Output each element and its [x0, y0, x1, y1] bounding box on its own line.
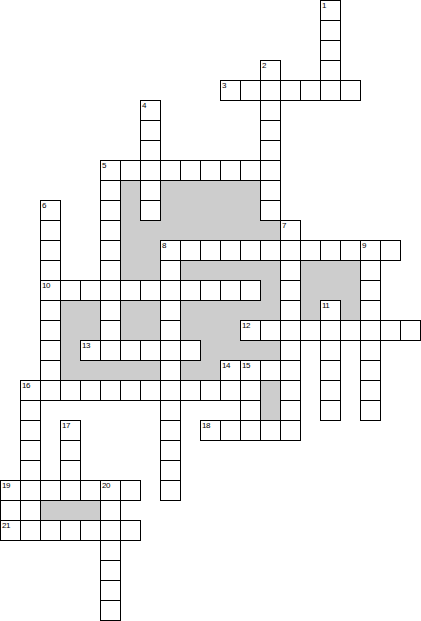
- shaded-region: [260, 220, 281, 241]
- shaded-region: [220, 180, 241, 201]
- grid-cell[interactable]: [140, 380, 161, 401]
- grid-cell[interactable]: [140, 120, 161, 141]
- grid-cell[interactable]: [0, 520, 21, 541]
- grid-cell[interactable]: [60, 420, 81, 441]
- grid-cell[interactable]: [100, 380, 121, 401]
- grid-cell[interactable]: [140, 340, 161, 361]
- grid-cell[interactable]: [20, 500, 41, 521]
- grid-cell[interactable]: [320, 80, 341, 101]
- grid-cell[interactable]: [300, 320, 321, 341]
- grid-cell[interactable]: [140, 100, 161, 121]
- grid-cell[interactable]: [320, 240, 341, 261]
- grid-cell[interactable]: [80, 340, 101, 361]
- grid-cell[interactable]: [80, 480, 101, 501]
- grid-cell[interactable]: [200, 240, 221, 261]
- shaded-region: [60, 320, 81, 341]
- shaded-region: [40, 500, 61, 521]
- grid-cell[interactable]: [40, 300, 61, 321]
- grid-cell[interactable]: [280, 400, 301, 421]
- grid-cell[interactable]: [200, 160, 221, 181]
- shaded-region: [340, 280, 361, 301]
- grid-cell[interactable]: [100, 220, 121, 241]
- grid-cell[interactable]: [280, 80, 301, 101]
- shaded-region: [240, 220, 261, 241]
- grid-cell[interactable]: [160, 260, 181, 281]
- grid-cell[interactable]: [80, 520, 101, 541]
- grid-cell[interactable]: [320, 60, 341, 81]
- grid-cell[interactable]: [220, 380, 241, 401]
- grid-cell[interactable]: [360, 240, 381, 261]
- grid-cell[interactable]: [280, 280, 301, 301]
- shaded-region: [260, 280, 281, 301]
- shaded-region: [260, 380, 281, 401]
- grid-cell[interactable]: [320, 400, 341, 421]
- shaded-region: [180, 220, 201, 241]
- shaded-region: [160, 180, 181, 201]
- shaded-region: [140, 240, 161, 261]
- grid-cell[interactable]: [280, 220, 301, 241]
- grid-cell[interactable]: [100, 560, 121, 581]
- shaded-region: [240, 300, 261, 321]
- grid-cell[interactable]: [100, 520, 121, 541]
- shaded-region: [60, 500, 81, 521]
- grid-cell[interactable]: [60, 480, 81, 501]
- shaded-region: [320, 280, 341, 301]
- shaded-region: [240, 180, 261, 201]
- shaded-region: [80, 320, 101, 341]
- shaded-region: [180, 360, 201, 381]
- grid-cell[interactable]: [260, 80, 281, 101]
- grid-cell[interactable]: [200, 380, 221, 401]
- grid-cell[interactable]: [340, 320, 361, 341]
- shaded-region: [200, 300, 221, 321]
- shaded-region: [200, 220, 221, 241]
- shaded-region: [80, 360, 101, 381]
- grid-cell[interactable]: [100, 160, 121, 181]
- grid-cell[interactable]: [340, 80, 361, 101]
- grid-cell[interactable]: [20, 480, 41, 501]
- grid-cell[interactable]: [60, 520, 81, 541]
- grid-cell[interactable]: [200, 420, 221, 441]
- grid-cell[interactable]: [220, 160, 241, 181]
- grid-cell[interactable]: [260, 180, 281, 201]
- grid-cell[interactable]: [60, 280, 81, 301]
- grid-cell[interactable]: [360, 380, 381, 401]
- grid-cell[interactable]: [40, 200, 61, 221]
- grid-cell[interactable]: [260, 320, 281, 341]
- grid-cell[interactable]: [260, 120, 281, 141]
- grid-cell[interactable]: [0, 500, 21, 521]
- grid-cell[interactable]: [280, 320, 301, 341]
- shaded-region: [180, 200, 201, 221]
- grid-cell[interactable]: [260, 100, 281, 121]
- grid-cell[interactable]: [100, 260, 121, 281]
- grid-cell[interactable]: [320, 380, 341, 401]
- shaded-region: [220, 260, 241, 281]
- grid-cell[interactable]: [380, 240, 401, 261]
- grid-cell[interactable]: [160, 380, 181, 401]
- grid-cell[interactable]: [60, 380, 81, 401]
- grid-cell[interactable]: [360, 260, 381, 281]
- grid-cell[interactable]: [160, 400, 181, 421]
- grid-cell[interactable]: [180, 380, 201, 401]
- grid-cell[interactable]: [160, 420, 181, 441]
- grid-cell[interactable]: [360, 360, 381, 381]
- grid-cell[interactable]: [160, 480, 181, 501]
- shaded-region: [60, 300, 81, 321]
- grid-cell[interactable]: [220, 360, 241, 381]
- grid-cell[interactable]: [160, 280, 181, 301]
- grid-cell[interactable]: [320, 320, 341, 341]
- grid-cell[interactable]: [260, 140, 281, 161]
- grid-cell[interactable]: [20, 400, 41, 421]
- grid-cell[interactable]: [60, 440, 81, 461]
- grid-cell[interactable]: [160, 460, 181, 481]
- grid-cell[interactable]: [40, 260, 61, 281]
- shaded-region: [120, 320, 141, 341]
- grid-cell[interactable]: [340, 240, 361, 261]
- grid-cell[interactable]: [360, 280, 381, 301]
- grid-cell[interactable]: [220, 280, 241, 301]
- shaded-region: [120, 180, 141, 201]
- grid-cell[interactable]: [320, 340, 341, 361]
- grid-cell[interactable]: [180, 240, 201, 261]
- shaded-region: [300, 260, 321, 281]
- grid-cell[interactable]: [240, 80, 261, 101]
- grid-cell[interactable]: [180, 280, 201, 301]
- grid-cell[interactable]: [60, 460, 81, 481]
- grid-cell[interactable]: [120, 520, 141, 541]
- grid-cell[interactable]: [240, 380, 261, 401]
- shaded-region: [120, 220, 141, 241]
- shaded-region: [200, 180, 221, 201]
- shaded-region: [180, 260, 201, 281]
- grid-cell[interactable]: [220, 80, 241, 101]
- grid-cell[interactable]: [200, 280, 221, 301]
- shaded-region: [200, 200, 221, 221]
- shaded-region: [180, 300, 201, 321]
- shaded-region: [260, 260, 281, 281]
- shaded-region: [120, 360, 141, 381]
- grid-cell[interactable]: [160, 440, 181, 461]
- shaded-region: [60, 340, 81, 361]
- grid-cell[interactable]: [120, 340, 141, 361]
- grid-cell[interactable]: [320, 300, 341, 321]
- grid-cell[interactable]: [40, 480, 61, 501]
- shaded-region: [240, 340, 261, 361]
- shaded-region: [200, 360, 221, 381]
- grid-cell[interactable]: [160, 240, 181, 261]
- shaded-region: [140, 260, 161, 281]
- grid-cell[interactable]: [40, 380, 61, 401]
- grid-cell[interactable]: [160, 300, 181, 321]
- shaded-region: [80, 300, 101, 321]
- shaded-region: [120, 200, 141, 221]
- grid-cell[interactable]: [100, 480, 121, 501]
- grid-cell[interactable]: [100, 340, 121, 361]
- grid-cell[interactable]: [100, 180, 121, 201]
- shaded-region: [340, 260, 361, 281]
- shaded-region: [220, 200, 241, 221]
- grid-cell[interactable]: [260, 200, 281, 221]
- shaded-region: [200, 340, 221, 361]
- grid-cell[interactable]: [280, 380, 301, 401]
- grid-cell[interactable]: [140, 280, 161, 301]
- grid-cell[interactable]: [100, 580, 121, 601]
- grid-cell[interactable]: [40, 360, 61, 381]
- shaded-region: [160, 200, 181, 221]
- grid-cell[interactable]: [40, 240, 61, 261]
- grid-cell[interactable]: [260, 160, 281, 181]
- shaded-region: [80, 500, 101, 521]
- grid-cell[interactable]: [280, 360, 301, 381]
- shaded-region: [140, 220, 161, 241]
- shaded-region: [180, 320, 201, 341]
- grid-cell[interactable]: [360, 320, 381, 341]
- shaded-region: [300, 300, 321, 321]
- grid-cell[interactable]: [180, 340, 201, 361]
- grid-cell[interactable]: [140, 200, 161, 221]
- grid-cell[interactable]: [240, 320, 261, 341]
- shaded-region: [140, 360, 161, 381]
- grid-cell[interactable]: [240, 360, 261, 381]
- shaded-region: [260, 340, 281, 361]
- grid-cell[interactable]: [240, 240, 261, 261]
- shaded-region: [220, 320, 241, 341]
- grid-cell[interactable]: [380, 320, 401, 341]
- grid-cell[interactable]: [320, 0, 341, 21]
- grid-cell[interactable]: [100, 200, 121, 221]
- grid-cell[interactable]: [280, 260, 301, 281]
- grid-cell[interactable]: [120, 280, 141, 301]
- grid-cell[interactable]: [100, 500, 121, 521]
- shaded-region: [140, 300, 161, 321]
- grid-cell[interactable]: [100, 540, 121, 561]
- grid-cell[interactable]: [20, 520, 41, 541]
- grid-cell[interactable]: [40, 280, 61, 301]
- grid-cell[interactable]: [40, 320, 61, 341]
- grid-cell[interactable]: [20, 380, 41, 401]
- grid-cell[interactable]: [160, 160, 181, 181]
- grid-cell[interactable]: [100, 280, 121, 301]
- grid-cell[interactable]: [180, 160, 201, 181]
- grid-cell[interactable]: [100, 300, 121, 321]
- shaded-region: [220, 340, 241, 361]
- grid-cell[interactable]: [280, 240, 301, 261]
- grid-cell[interactable]: [100, 320, 121, 341]
- shaded-region: [200, 260, 221, 281]
- shaded-region: [260, 300, 281, 321]
- shaded-region: [300, 280, 321, 301]
- shaded-region: [120, 240, 141, 261]
- grid-cell[interactable]: [320, 20, 341, 41]
- shaded-region: [60, 360, 81, 381]
- grid-cell[interactable]: [40, 520, 61, 541]
- shaded-region: [120, 260, 141, 281]
- grid-cell[interactable]: [360, 340, 381, 361]
- grid-cell[interactable]: [260, 240, 281, 261]
- grid-cell[interactable]: [300, 240, 321, 261]
- shaded-region: [260, 400, 281, 421]
- shaded-region: [140, 320, 161, 341]
- grid-cell[interactable]: [220, 420, 241, 441]
- shaded-region: [220, 220, 241, 241]
- grid-cell[interactable]: [400, 320, 421, 341]
- crossword-grid: 123456789101112131415161718192021: [0, 0, 421, 621]
- grid-cell[interactable]: [280, 340, 301, 361]
- grid-cell[interactable]: [300, 80, 321, 101]
- grid-cell[interactable]: [140, 180, 161, 201]
- shaded-region: [100, 360, 121, 381]
- grid-cell[interactable]: [240, 160, 261, 181]
- grid-cell[interactable]: [320, 360, 341, 381]
- grid-cell[interactable]: [140, 140, 161, 161]
- grid-cell[interactable]: [280, 300, 301, 321]
- grid-cell[interactable]: [120, 380, 141, 401]
- grid-cell[interactable]: [120, 480, 141, 501]
- grid-cell[interactable]: [0, 480, 21, 501]
- grid-cell[interactable]: [80, 380, 101, 401]
- grid-cell[interactable]: [260, 420, 281, 441]
- shaded-region: [160, 220, 181, 241]
- grid-cell[interactable]: [240, 420, 261, 441]
- grid-cell[interactable]: [240, 280, 261, 301]
- grid-cell[interactable]: [360, 400, 381, 421]
- shaded-region: [120, 300, 141, 321]
- grid-cell[interactable]: [20, 460, 41, 481]
- shaded-region: [240, 260, 261, 281]
- grid-cell[interactable]: [140, 160, 161, 181]
- grid-cell[interactable]: [40, 340, 61, 361]
- grid-cell[interactable]: [100, 240, 121, 261]
- grid-cell[interactable]: [40, 220, 61, 241]
- grid-cell[interactable]: [160, 320, 181, 341]
- shaded-region: [240, 200, 261, 221]
- grid-cell[interactable]: [220, 240, 241, 261]
- grid-cell[interactable]: [20, 420, 41, 441]
- grid-cell[interactable]: [160, 360, 181, 381]
- grid-cell[interactable]: [260, 60, 281, 81]
- shaded-region: [340, 300, 361, 321]
- shaded-region: [320, 260, 341, 281]
- grid-cell[interactable]: [320, 40, 341, 61]
- grid-cell[interactable]: [120, 160, 141, 181]
- grid-cell[interactable]: [160, 340, 181, 361]
- shaded-region: [220, 300, 241, 321]
- shaded-region: [180, 180, 201, 201]
- grid-cell[interactable]: [240, 400, 261, 421]
- grid-cell[interactable]: [100, 600, 121, 621]
- grid-cell[interactable]: [260, 360, 281, 381]
- grid-cell[interactable]: [360, 300, 381, 321]
- shaded-region: [200, 320, 221, 341]
- grid-cell[interactable]: [20, 440, 41, 461]
- grid-cell[interactable]: [280, 420, 301, 441]
- grid-cell[interactable]: [80, 280, 101, 301]
